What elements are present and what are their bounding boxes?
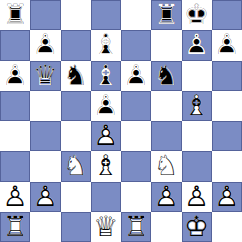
square-a1[interactable]: ♜♖ [0, 212, 30, 242]
black-pawn-glyph-fill: ♟ [30, 30, 60, 60]
square-b1[interactable] [30, 212, 60, 242]
black-rook-glyph-fill: ♜ [0, 0, 30, 30]
piece-black-rook[interactable]: ♜♖ [0, 0, 30, 30]
square-g6[interactable] [182, 61, 212, 91]
black-knight-glyph-fill: ♞ [61, 61, 91, 91]
square-f7[interactable] [151, 30, 181, 60]
square-b7[interactable]: ♟♙ [30, 30, 60, 60]
piece-white-queen[interactable]: ♛♕ [91, 212, 121, 242]
white-pawn-glyph-outline: ♙ [91, 121, 121, 151]
square-c6[interactable]: ♞♘ [61, 61, 91, 91]
piece-white-pawn[interactable]: ♟♙ [151, 182, 181, 212]
white-bishop-glyph-fill: ♝ [91, 151, 121, 181]
black-bishop-glyph-outline: ♗ [91, 30, 121, 60]
square-h8[interactable] [212, 0, 242, 30]
piece-white-bishop[interactable]: ♝♗ [91, 151, 121, 181]
square-h2[interactable]: ♟♙ [212, 182, 242, 212]
piece-black-queen[interactable]: ♛♕ [30, 61, 60, 91]
black-bishop-glyph-outline: ♗ [91, 61, 121, 91]
square-b3[interactable] [30, 151, 60, 181]
square-d5[interactable]: ♟♙ [91, 91, 121, 121]
white-pawn-glyph-fill: ♟ [91, 121, 121, 151]
black-rook-glyph-outline: ♖ [151, 0, 181, 30]
black-rook-glyph-fill: ♜ [151, 0, 181, 30]
piece-black-knight[interactable]: ♞♘ [151, 61, 181, 91]
white-queen-glyph-fill: ♛ [91, 212, 121, 242]
piece-black-pawn[interactable]: ♟♙ [91, 91, 121, 121]
black-pawn-glyph-outline: ♙ [212, 30, 242, 60]
white-pawn-glyph-fill: ♟ [151, 182, 181, 212]
square-b2[interactable]: ♟♙ [30, 182, 60, 212]
white-queen-glyph-outline: ♕ [91, 212, 121, 242]
square-g8[interactable]: ♚♔ [182, 0, 212, 30]
piece-white-rook[interactable]: ♜♖ [0, 212, 30, 242]
white-king-glyph-outline: ♔ [182, 212, 212, 242]
square-f3[interactable]: ♞♘ [151, 151, 181, 181]
piece-black-pawn[interactable]: ♟♙ [121, 61, 151, 91]
white-pawn-glyph-outline: ♙ [0, 182, 30, 212]
black-bishop-glyph-fill: ♝ [91, 30, 121, 60]
piece-black-knight[interactable]: ♞♘ [61, 61, 91, 91]
white-bishop-glyph-outline: ♗ [91, 151, 121, 181]
square-c4[interactable] [61, 121, 91, 151]
white-pawn-glyph-fill: ♟ [30, 182, 60, 212]
square-g4[interactable] [182, 121, 212, 151]
chess-board: ♜♖♜♖♚♔♟♙♝♗♟♙♟♙♟♙♛♕♞♘♝♗♟♙♞♘♟♙♝♗♟♙♞♘♝♗♞♘♟♙… [0, 0, 242, 242]
square-a3[interactable] [0, 151, 30, 181]
black-rook-glyph-outline: ♖ [0, 0, 30, 30]
square-g7[interactable]: ♟♙ [182, 30, 212, 60]
black-pawn-glyph-outline: ♙ [0, 61, 30, 91]
white-king-glyph-fill: ♚ [182, 212, 212, 242]
black-knight-glyph-outline: ♘ [61, 61, 91, 91]
white-pawn-glyph-fill: ♟ [0, 182, 30, 212]
white-rook-glyph-fill: ♜ [0, 212, 30, 242]
black-king-glyph-fill: ♚ [182, 0, 212, 30]
white-pawn-glyph-outline: ♙ [212, 182, 242, 212]
square-f6[interactable]: ♞♘ [151, 61, 181, 91]
square-a5[interactable] [0, 91, 30, 121]
square-d6[interactable]: ♝♗ [91, 61, 121, 91]
white-bishop-glyph-outline: ♗ [182, 91, 212, 121]
square-f5[interactable] [151, 91, 181, 121]
square-d7[interactable]: ♝♗ [91, 30, 121, 60]
piece-white-king[interactable]: ♚♔ [182, 212, 212, 242]
black-pawn-glyph-outline: ♙ [30, 30, 60, 60]
piece-black-rook[interactable]: ♜♖ [151, 0, 181, 30]
square-c1[interactable] [61, 212, 91, 242]
white-pawn-glyph-outline: ♙ [30, 182, 60, 212]
piece-black-pawn[interactable]: ♟♙ [30, 30, 60, 60]
square-d8[interactable] [91, 0, 121, 30]
white-knight-glyph-outline: ♘ [61, 151, 91, 181]
piece-black-bishop[interactable]: ♝♗ [91, 61, 121, 91]
square-h4[interactable] [212, 121, 242, 151]
square-e1[interactable]: ♜♖ [121, 212, 151, 242]
piece-black-king[interactable]: ♚♔ [182, 0, 212, 30]
black-pawn-glyph-outline: ♙ [121, 61, 151, 91]
black-pawn-glyph-fill: ♟ [182, 30, 212, 60]
square-f4[interactable] [151, 121, 181, 151]
square-e2[interactable] [121, 182, 151, 212]
square-c2[interactable] [61, 182, 91, 212]
black-pawn-glyph-fill: ♟ [91, 91, 121, 121]
square-h5[interactable] [212, 91, 242, 121]
square-d3[interactable]: ♝♗ [91, 151, 121, 181]
piece-white-pawn[interactable]: ♟♙ [182, 182, 212, 212]
square-e6[interactable]: ♟♙ [121, 61, 151, 91]
white-pawn-glyph-fill: ♟ [182, 182, 212, 212]
square-g5[interactable]: ♝♗ [182, 91, 212, 121]
square-e8[interactable] [121, 0, 151, 30]
square-b5[interactable] [30, 91, 60, 121]
black-bishop-glyph-fill: ♝ [91, 61, 121, 91]
piece-white-knight[interactable]: ♞♘ [151, 151, 181, 181]
square-f8[interactable]: ♜♖ [151, 0, 181, 30]
white-rook-glyph-outline: ♖ [121, 212, 151, 242]
square-e5[interactable] [121, 91, 151, 121]
black-knight-glyph-outline: ♘ [151, 61, 181, 91]
white-pawn-glyph-outline: ♙ [151, 182, 181, 212]
square-a6[interactable]: ♟♙ [0, 61, 30, 91]
square-e4[interactable] [121, 121, 151, 151]
square-h1[interactable] [212, 212, 242, 242]
square-b6[interactable]: ♛♕ [30, 61, 60, 91]
square-b4[interactable] [30, 121, 60, 151]
piece-white-rook[interactable]: ♜♖ [121, 212, 151, 242]
square-d1[interactable]: ♛♕ [91, 212, 121, 242]
piece-black-bishop[interactable]: ♝♗ [91, 30, 121, 60]
square-f1[interactable] [151, 212, 181, 242]
white-knight-glyph-fill: ♞ [61, 151, 91, 181]
square-b8[interactable] [30, 0, 60, 30]
square-a2[interactable]: ♟♙ [0, 182, 30, 212]
square-a4[interactable] [0, 121, 30, 151]
square-g1[interactable]: ♚♔ [182, 212, 212, 242]
piece-black-pawn[interactable]: ♟♙ [212, 30, 242, 60]
piece-white-pawn[interactable]: ♟♙ [30, 182, 60, 212]
white-knight-glyph-outline: ♘ [151, 151, 181, 181]
black-pawn-glyph-fill: ♟ [121, 61, 151, 91]
white-pawn-glyph-outline: ♙ [182, 182, 212, 212]
white-pawn-glyph-fill: ♟ [212, 182, 242, 212]
square-c3[interactable]: ♞♘ [61, 151, 91, 181]
square-d4[interactable]: ♟♙ [91, 121, 121, 151]
piece-white-pawn[interactable]: ♟♙ [212, 182, 242, 212]
white-rook-glyph-fill: ♜ [121, 212, 151, 242]
square-c5[interactable] [61, 91, 91, 121]
square-a8[interactable]: ♜♖ [0, 0, 30, 30]
black-knight-glyph-fill: ♞ [151, 61, 181, 91]
piece-white-pawn[interactable]: ♟♙ [91, 121, 121, 151]
black-queen-glyph-outline: ♕ [30, 61, 60, 91]
square-h6[interactable] [212, 61, 242, 91]
black-pawn-glyph-outline: ♙ [182, 30, 212, 60]
square-d2[interactable] [91, 182, 121, 212]
black-pawn-glyph-fill: ♟ [212, 30, 242, 60]
square-g3[interactable] [182, 151, 212, 181]
piece-black-pawn[interactable]: ♟♙ [0, 61, 30, 91]
black-pawn-glyph-fill: ♟ [0, 61, 30, 91]
square-h3[interactable] [212, 151, 242, 181]
square-e3[interactable] [121, 151, 151, 181]
piece-black-pawn[interactable]: ♟♙ [182, 30, 212, 60]
square-f2[interactable]: ♟♙ [151, 182, 181, 212]
black-pawn-glyph-outline: ♙ [91, 91, 121, 121]
piece-white-bishop[interactable]: ♝♗ [182, 91, 212, 121]
square-h7[interactable]: ♟♙ [212, 30, 242, 60]
black-king-glyph-outline: ♔ [182, 0, 212, 30]
square-a7[interactable] [0, 30, 30, 60]
piece-white-knight[interactable]: ♞♘ [61, 151, 91, 181]
square-e7[interactable] [121, 30, 151, 60]
square-c8[interactable] [61, 0, 91, 30]
white-knight-glyph-fill: ♞ [151, 151, 181, 181]
piece-white-pawn[interactable]: ♟♙ [0, 182, 30, 212]
black-queen-glyph-fill: ♛ [30, 61, 60, 91]
white-rook-glyph-outline: ♖ [0, 212, 30, 242]
square-g2[interactable]: ♟♙ [182, 182, 212, 212]
square-c7[interactable] [61, 30, 91, 60]
white-bishop-glyph-fill: ♝ [182, 91, 212, 121]
